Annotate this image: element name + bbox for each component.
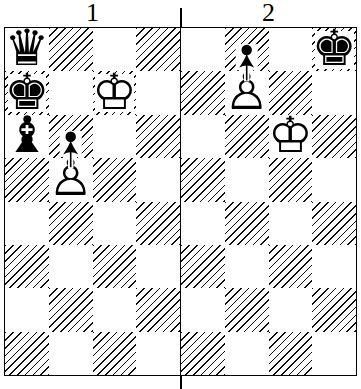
square: [181, 288, 225, 331]
square: [136, 288, 180, 331]
square: [93, 245, 137, 288]
diagram-1-board: ♛♚♔♝♙: [4, 27, 181, 376]
square: [5, 332, 49, 375]
square: [93, 288, 137, 331]
square: [181, 71, 225, 114]
square: [93, 158, 137, 201]
square: [5, 202, 49, 245]
square: [225, 158, 269, 201]
square: [181, 202, 225, 245]
square: ♔: [269, 115, 313, 158]
piece-white-pawn: ♙: [225, 70, 269, 113]
square: ♙: [49, 158, 93, 201]
square: [136, 28, 180, 71]
page: 1 2 ♛♚♔♝♙ ♚♙♔: [0, 0, 361, 389]
square: [5, 158, 49, 201]
piece-black-king: ♚: [312, 27, 356, 70]
piece-white-pawn: ♙: [49, 157, 93, 200]
square: ♔: [93, 71, 137, 114]
piece-white-king: ♔: [269, 114, 313, 157]
piece-white-king: ♔: [93, 70, 137, 113]
square: [312, 115, 356, 158]
square: [5, 288, 49, 331]
square: [225, 202, 269, 245]
piece-black-bishop: ♝: [5, 114, 49, 157]
square: [49, 332, 93, 375]
square: [225, 115, 269, 158]
square: [225, 288, 269, 331]
square: [312, 202, 356, 245]
square: [49, 28, 93, 71]
square: [312, 332, 356, 375]
square: [136, 332, 180, 375]
square: [181, 28, 225, 71]
square: [49, 202, 93, 245]
square: [136, 245, 180, 288]
square: [93, 202, 137, 245]
square: [136, 158, 180, 201]
square: [225, 332, 269, 375]
square: [269, 288, 313, 331]
square: [136, 115, 180, 158]
square: ♝: [5, 115, 49, 158]
square: [93, 115, 137, 158]
square: [93, 332, 137, 375]
square: [5, 245, 49, 288]
square: [181, 115, 225, 158]
square: [269, 28, 313, 71]
square: ♙: [225, 71, 269, 114]
square: ♚: [312, 28, 356, 71]
diagram-2-board: ♚♙♔: [180, 27, 357, 376]
square: [312, 245, 356, 288]
square: [181, 245, 225, 288]
square: [312, 158, 356, 201]
square: [269, 332, 313, 375]
square: [136, 202, 180, 245]
square: [49, 288, 93, 331]
square: [269, 158, 313, 201]
square: [136, 71, 180, 114]
square: [49, 71, 93, 114]
square: [312, 71, 356, 114]
square: [49, 245, 93, 288]
square: [269, 245, 313, 288]
square: [225, 245, 269, 288]
square: [312, 288, 356, 331]
square: [181, 332, 225, 375]
square: [181, 158, 225, 201]
square: [269, 202, 313, 245]
